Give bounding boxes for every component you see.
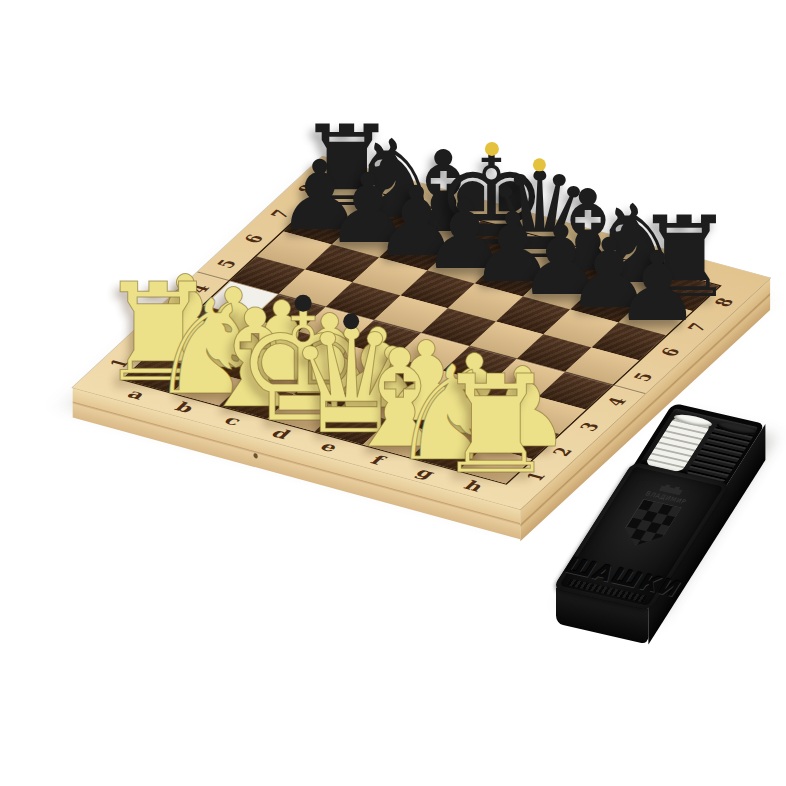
piece-white-rook-h1[interactable]: ♜ [435,357,557,493]
pieces-layer: ♜♞♝♚♛♝♞♜♟♟♟♟♟♟♟♟♟♟♟♟♟♟♟♟♜♞♝♚♛♝♞♜ [0,0,786,786]
scene: abcdefgh 87654321 87654321 ♜♞♝♚♛♝♞♜♟♟♟♟♟… [0,0,786,786]
shield-icon [616,498,682,549]
piece-black-pawn-h7[interactable]: ♟ [614,239,700,335]
